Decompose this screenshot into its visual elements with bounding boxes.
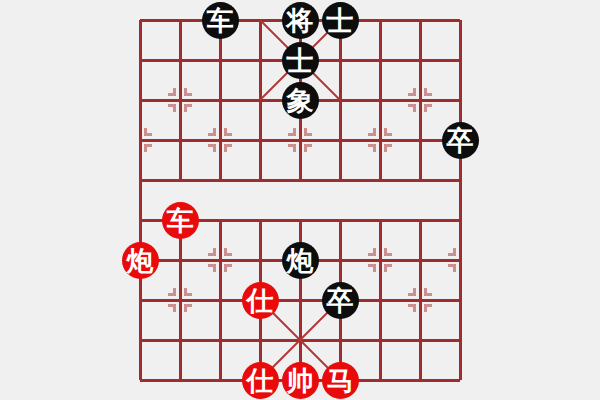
piece-black-advisor[interactable]: 士 <box>322 2 359 39</box>
piece-red-cannon[interactable]: 炮 <box>122 242 159 279</box>
piece-red-horse[interactable]: 马 <box>322 362 359 399</box>
piece-black-soldier[interactable]: 卒 <box>322 282 359 319</box>
piece-black-elephant[interactable]: 象 <box>282 82 319 119</box>
piece-black-chariot[interactable]: 车 <box>202 2 239 39</box>
piece-black-cannon[interactable]: 炮 <box>282 242 319 279</box>
piece-black-soldier[interactable]: 卒 <box>442 122 479 159</box>
piece-red-chariot[interactable]: 车 <box>162 202 199 239</box>
xiangqi-diagram: 车将士士象卒车炮炮仕卒仕帅马 <box>0 0 600 400</box>
piece-red-advisor[interactable]: 仕 <box>242 282 279 319</box>
piece-red-advisor[interactable]: 仕 <box>242 362 279 399</box>
piece-black-advisor[interactable]: 士 <box>282 42 319 79</box>
xiangqi-board: 车将士士象卒车炮炮仕卒仕帅马 <box>120 0 480 400</box>
piece-black-general[interactable]: 将 <box>282 2 319 39</box>
piece-red-general[interactable]: 帅 <box>282 362 319 399</box>
